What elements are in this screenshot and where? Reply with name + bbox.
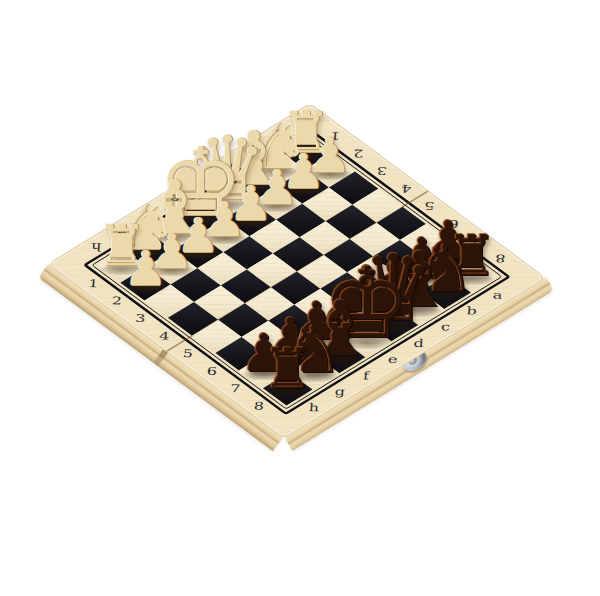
coord-label-lower_left_edge-3: 3 <box>135 313 146 324</box>
coord-label-lower_right_edge-g: g <box>334 386 345 397</box>
coord-label-lower_left_edge-4: 4 <box>159 331 170 342</box>
coord-label-upper_right_edge-5: 5 <box>424 200 435 211</box>
coord-label-lower_left_edge-2: 2 <box>111 296 122 307</box>
coord-label-lower_left_edge-6: 6 <box>206 366 217 377</box>
coord-label-lower_right_edge-b: b <box>466 306 477 317</box>
coord-label-lower_left_edge-1: 1 <box>88 278 99 289</box>
product-photo-stage: 1234567812345678abcdefghabcdefgh ♜♞♝♛♚♝♞… <box>0 0 600 596</box>
coord-label-lower_left_edge-7: 7 <box>230 383 241 394</box>
coord-label-lower_right_edge-a: a <box>493 290 503 301</box>
coord-label-upper_right_edge-4: 4 <box>400 183 411 194</box>
piece-black-rook-h8[interactable]: ♜ <box>263 341 313 397</box>
coord-label-upper_right_edge-2: 2 <box>353 148 364 159</box>
piece-white-pawn-h2[interactable]: ♟ <box>124 243 167 291</box>
coord-label-lower_left_edge-8: 8 <box>253 401 264 412</box>
coord-label-lower_right_edge-h: h <box>308 402 319 413</box>
coord-label-upper_right_edge-3: 3 <box>377 165 388 176</box>
coord-label-lower_left_edge-5: 5 <box>182 348 193 359</box>
